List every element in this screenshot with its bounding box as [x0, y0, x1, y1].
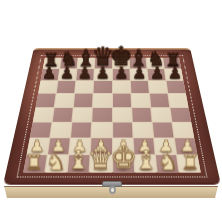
square-g5[interactable]: [150, 94, 169, 107]
square-d6[interactable]: [94, 81, 112, 93]
square-g6[interactable]: [148, 81, 167, 93]
square-h6[interactable]: [166, 81, 185, 93]
knight-glyph: ♞: [46, 151, 67, 172]
latch-clasp: [101, 181, 123, 198]
square-f6[interactable]: [130, 81, 148, 93]
latch-ring: [109, 186, 116, 194]
square-g4[interactable]: [151, 108, 171, 122]
square-f4[interactable]: [132, 108, 152, 122]
square-c4[interactable]: [73, 108, 93, 122]
square-c5[interactable]: [74, 94, 93, 107]
square-b4[interactable]: [53, 108, 73, 122]
piece-white-knight-b1[interactable]: ♞: [39, 151, 74, 172]
square-c6[interactable]: [75, 81, 93, 93]
square-b5[interactable]: [55, 94, 74, 107]
square-a5[interactable]: [36, 94, 56, 107]
square-a4[interactable]: [33, 108, 54, 122]
piece-white-knight-g1[interactable]: ♞: [150, 151, 185, 172]
square-g1[interactable]: ♞: [156, 155, 179, 172]
square-d5[interactable]: [93, 94, 111, 107]
square-a6[interactable]: [38, 81, 57, 93]
square-h7[interactable]: ♟: [165, 69, 184, 80]
square-h5[interactable]: [168, 94, 188, 107]
square-h4[interactable]: [170, 108, 191, 122]
square-b6[interactable]: [57, 81, 76, 93]
chess-board-frame: ♜♞♝♛♚♝♞♜♟♟♟♟♟♟♟♟♟♟♟♟♟♟♟♟♜♞♝♛♚♝♞♜: [3, 48, 221, 185]
square-e4[interactable]: [113, 108, 132, 122]
square-f5[interactable]: [131, 94, 150, 107]
knight-glyph: ♞: [157, 151, 178, 172]
square-e6[interactable]: [112, 81, 130, 93]
square-b1[interactable]: ♞: [46, 155, 69, 172]
piece-black-pawn-h7[interactable]: ♟: [161, 66, 189, 81]
square-e5[interactable]: [112, 94, 130, 107]
pawn-glyph: ♟: [168, 66, 182, 81]
chess-board-grid: ♜♞♝♛♚♝♞♜♟♟♟♟♟♟♟♟♟♟♟♟♟♟♟♟♜♞♝♛♚♝♞♜: [23, 58, 200, 173]
square-d4[interactable]: [93, 108, 112, 122]
chess-set-product-photo: ♜♞♝♛♚♝♞♜♟♟♟♟♟♟♟♟♟♟♟♟♟♟♟♟♜♞♝♛♚♝♞♜: [0, 0, 222, 222]
